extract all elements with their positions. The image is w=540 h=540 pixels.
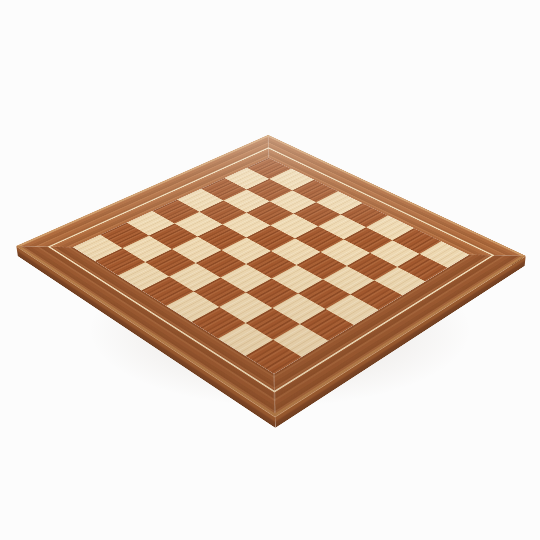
- chess-board: [87, 68, 456, 435]
- background: [0, 0, 540, 540]
- playing-field: [73, 158, 469, 374]
